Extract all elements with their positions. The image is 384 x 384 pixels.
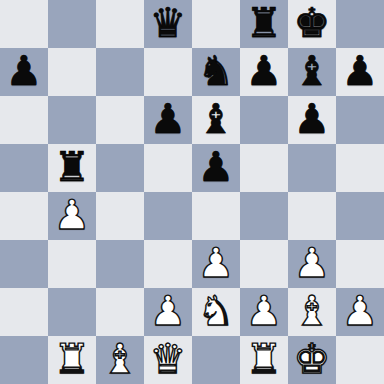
black-pawn-h7[interactable]: ♟ [342,47,379,95]
square-e3[interactable]: ♟ [192,240,240,288]
black-pawn-g6[interactable]: ♟ [294,95,331,143]
square-h1[interactable] [336,336,384,384]
square-e8[interactable] [192,0,240,48]
black-queen-d8[interactable]: ♛ [150,0,187,47]
square-c4[interactable] [96,192,144,240]
square-f5[interactable] [240,144,288,192]
square-c8[interactable] [96,0,144,48]
square-h7[interactable]: ♟ [336,48,384,96]
square-g2[interactable]: ♝ [288,288,336,336]
white-rook-b1[interactable]: ♜ [54,335,91,383]
square-f4[interactable] [240,192,288,240]
square-b1[interactable]: ♜ [48,336,96,384]
square-g3[interactable]: ♟ [288,240,336,288]
square-a3[interactable] [0,240,48,288]
white-pawn-h2[interactable]: ♟ [342,287,379,335]
black-bishop-g7[interactable]: ♝ [294,47,331,95]
square-f8[interactable]: ♜ [240,0,288,48]
square-g4[interactable] [288,192,336,240]
white-pawn-e3[interactable]: ♟ [198,239,235,287]
square-e7[interactable]: ♞ [192,48,240,96]
square-b7[interactable] [48,48,96,96]
square-g5[interactable] [288,144,336,192]
chess-board: ♛♜♚♟♞♟♝♟♟♝♟♜♟♟♟♟♟♞♟♝♟♜♝♛♜♚ [0,0,384,384]
square-f6[interactable] [240,96,288,144]
black-knight-e7[interactable]: ♞ [198,47,235,95]
square-h6[interactable] [336,96,384,144]
square-g1[interactable]: ♚ [288,336,336,384]
square-d5[interactable] [144,144,192,192]
square-d2[interactable]: ♟ [144,288,192,336]
square-a6[interactable] [0,96,48,144]
white-rook-f1[interactable]: ♜ [246,335,283,383]
black-rook-f8[interactable]: ♜ [246,0,283,47]
square-g6[interactable]: ♟ [288,96,336,144]
black-pawn-e5[interactable]: ♟ [198,143,235,191]
square-f1[interactable]: ♜ [240,336,288,384]
square-a4[interactable] [0,192,48,240]
square-e1[interactable] [192,336,240,384]
square-b5[interactable]: ♜ [48,144,96,192]
square-d7[interactable] [144,48,192,96]
square-d4[interactable] [144,192,192,240]
black-pawn-d6[interactable]: ♟ [150,95,187,143]
square-b8[interactable] [48,0,96,48]
square-b2[interactable] [48,288,96,336]
square-e2[interactable]: ♞ [192,288,240,336]
black-bishop-e6[interactable]: ♝ [198,95,235,143]
square-c5[interactable] [96,144,144,192]
black-rook-b5[interactable]: ♜ [54,143,91,191]
white-queen-d1[interactable]: ♛ [150,335,187,383]
square-d8[interactable]: ♛ [144,0,192,48]
white-pawn-f2[interactable]: ♟ [246,287,283,335]
square-f2[interactable]: ♟ [240,288,288,336]
white-pawn-b4[interactable]: ♟ [54,191,91,239]
square-b3[interactable] [48,240,96,288]
square-c3[interactable] [96,240,144,288]
square-g7[interactable]: ♝ [288,48,336,96]
square-c7[interactable] [96,48,144,96]
black-pawn-f7[interactable]: ♟ [246,47,283,95]
white-knight-e2[interactable]: ♞ [198,287,235,335]
square-b6[interactable] [48,96,96,144]
square-d6[interactable]: ♟ [144,96,192,144]
square-a8[interactable] [0,0,48,48]
square-h3[interactable] [336,240,384,288]
square-c6[interactable] [96,96,144,144]
square-h5[interactable] [336,144,384,192]
square-g8[interactable]: ♚ [288,0,336,48]
square-e5[interactable]: ♟ [192,144,240,192]
black-king-g8[interactable]: ♚ [294,0,331,47]
square-h8[interactable] [336,0,384,48]
square-h2[interactable]: ♟ [336,288,384,336]
white-pawn-d2[interactable]: ♟ [150,287,187,335]
square-a7[interactable]: ♟ [0,48,48,96]
square-a1[interactable] [0,336,48,384]
white-pawn-g3[interactable]: ♟ [294,239,331,287]
white-king-g1[interactable]: ♚ [294,335,331,383]
square-e4[interactable] [192,192,240,240]
square-c1[interactable]: ♝ [96,336,144,384]
black-pawn-a7[interactable]: ♟ [6,47,43,95]
square-d3[interactable] [144,240,192,288]
white-bishop-c1[interactable]: ♝ [102,335,139,383]
square-a5[interactable] [0,144,48,192]
square-f3[interactable] [240,240,288,288]
white-bishop-g2[interactable]: ♝ [294,287,331,335]
square-f7[interactable]: ♟ [240,48,288,96]
square-h4[interactable] [336,192,384,240]
square-e6[interactable]: ♝ [192,96,240,144]
square-a2[interactable] [0,288,48,336]
square-b4[interactable]: ♟ [48,192,96,240]
square-d1[interactable]: ♛ [144,336,192,384]
square-c2[interactable] [96,288,144,336]
